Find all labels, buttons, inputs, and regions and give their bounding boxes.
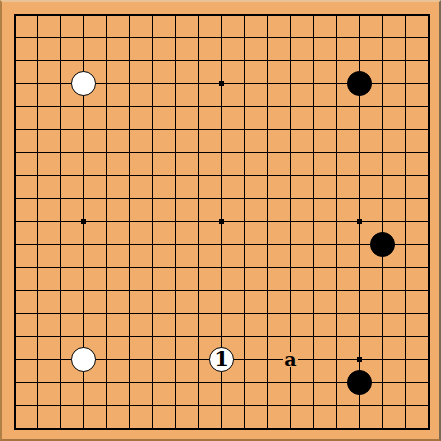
intersection bbox=[72, 394, 95, 417]
intersection bbox=[325, 164, 348, 187]
intersection bbox=[118, 302, 141, 325]
intersection bbox=[302, 233, 325, 256]
intersection bbox=[3, 164, 26, 187]
intersection bbox=[348, 348, 371, 371]
intersection bbox=[164, 210, 187, 233]
intersection bbox=[72, 26, 95, 49]
intersection bbox=[49, 72, 72, 95]
intersection bbox=[325, 348, 348, 371]
star-point bbox=[81, 219, 86, 224]
intersection bbox=[210, 95, 233, 118]
intersection bbox=[118, 348, 141, 371]
intersection bbox=[118, 3, 141, 26]
intersection bbox=[49, 302, 72, 325]
intersection bbox=[394, 26, 417, 49]
intersection bbox=[233, 187, 256, 210]
intersection bbox=[3, 95, 26, 118]
intersection bbox=[417, 302, 440, 325]
intersection bbox=[233, 72, 256, 95]
intersection bbox=[325, 210, 348, 233]
intersection bbox=[371, 3, 394, 26]
intersection bbox=[233, 26, 256, 49]
intersection bbox=[141, 187, 164, 210]
intersection bbox=[72, 118, 95, 141]
intersection bbox=[210, 279, 233, 302]
intersection bbox=[3, 417, 26, 440]
intersection bbox=[118, 417, 141, 440]
intersection bbox=[279, 95, 302, 118]
intersection bbox=[210, 394, 233, 417]
intersection bbox=[371, 302, 394, 325]
intersection bbox=[394, 164, 417, 187]
intersection bbox=[325, 325, 348, 348]
intersection bbox=[3, 72, 26, 95]
intersection bbox=[256, 417, 279, 440]
intersection bbox=[26, 348, 49, 371]
intersection bbox=[371, 141, 394, 164]
intersection bbox=[325, 302, 348, 325]
intersection bbox=[256, 256, 279, 279]
intersection bbox=[394, 233, 417, 256]
intersection bbox=[72, 279, 95, 302]
intersection bbox=[279, 72, 302, 95]
intersection bbox=[164, 348, 187, 371]
intersection bbox=[141, 302, 164, 325]
intersection bbox=[233, 95, 256, 118]
intersection bbox=[417, 371, 440, 394]
intersection bbox=[210, 164, 233, 187]
intersection bbox=[118, 141, 141, 164]
intersection bbox=[95, 141, 118, 164]
intersection bbox=[348, 95, 371, 118]
intersection bbox=[233, 164, 256, 187]
intersection bbox=[302, 141, 325, 164]
intersection bbox=[371, 72, 394, 95]
intersection bbox=[325, 141, 348, 164]
intersection bbox=[417, 118, 440, 141]
intersection bbox=[417, 95, 440, 118]
intersection bbox=[95, 26, 118, 49]
intersection bbox=[417, 325, 440, 348]
intersection bbox=[187, 394, 210, 417]
intersection bbox=[279, 118, 302, 141]
intersection bbox=[233, 302, 256, 325]
intersection bbox=[26, 72, 49, 95]
intersection bbox=[233, 279, 256, 302]
intersection bbox=[3, 279, 26, 302]
intersection bbox=[49, 210, 72, 233]
black-stone bbox=[347, 370, 372, 395]
intersection bbox=[302, 256, 325, 279]
intersection bbox=[210, 118, 233, 141]
intersection bbox=[325, 371, 348, 394]
intersection bbox=[279, 302, 302, 325]
intersection bbox=[164, 187, 187, 210]
intersection bbox=[141, 118, 164, 141]
intersection bbox=[279, 187, 302, 210]
intersection bbox=[164, 417, 187, 440]
intersection bbox=[95, 233, 118, 256]
intersection bbox=[164, 26, 187, 49]
intersection bbox=[49, 164, 72, 187]
intersection bbox=[72, 141, 95, 164]
intersection bbox=[141, 279, 164, 302]
intersection bbox=[187, 210, 210, 233]
intersection bbox=[394, 141, 417, 164]
intersection bbox=[394, 256, 417, 279]
intersection bbox=[187, 141, 210, 164]
intersection bbox=[72, 49, 95, 72]
intersection bbox=[95, 210, 118, 233]
intersection bbox=[72, 3, 95, 26]
intersection bbox=[348, 417, 371, 440]
intersection bbox=[279, 256, 302, 279]
intersection bbox=[26, 141, 49, 164]
intersection bbox=[371, 233, 394, 256]
intersection bbox=[394, 279, 417, 302]
intersection bbox=[49, 394, 72, 417]
intersection bbox=[95, 187, 118, 210]
intersection bbox=[325, 279, 348, 302]
intersection bbox=[118, 118, 141, 141]
intersection bbox=[49, 141, 72, 164]
intersection bbox=[302, 417, 325, 440]
intersection bbox=[26, 164, 49, 187]
intersection bbox=[141, 26, 164, 49]
intersection bbox=[348, 302, 371, 325]
intersection bbox=[118, 210, 141, 233]
intersection bbox=[95, 279, 118, 302]
intersection bbox=[256, 394, 279, 417]
point-label: a bbox=[283, 352, 298, 367]
intersection bbox=[210, 26, 233, 49]
intersection bbox=[417, 279, 440, 302]
intersection bbox=[371, 394, 394, 417]
intersection bbox=[210, 187, 233, 210]
intersection bbox=[233, 325, 256, 348]
intersection bbox=[279, 164, 302, 187]
intersection bbox=[141, 394, 164, 417]
intersection bbox=[141, 72, 164, 95]
intersection bbox=[325, 3, 348, 26]
intersection bbox=[164, 72, 187, 95]
intersection bbox=[394, 187, 417, 210]
intersection bbox=[164, 302, 187, 325]
intersection bbox=[187, 95, 210, 118]
intersection bbox=[210, 49, 233, 72]
intersection bbox=[394, 210, 417, 233]
intersection bbox=[210, 302, 233, 325]
intersection bbox=[210, 72, 233, 95]
intersection bbox=[118, 187, 141, 210]
intersection bbox=[348, 279, 371, 302]
intersection bbox=[95, 3, 118, 26]
intersection bbox=[187, 279, 210, 302]
intersection bbox=[26, 279, 49, 302]
intersection bbox=[302, 118, 325, 141]
intersection bbox=[187, 3, 210, 26]
intersection bbox=[164, 371, 187, 394]
intersection bbox=[279, 394, 302, 417]
intersection bbox=[302, 210, 325, 233]
intersection bbox=[279, 371, 302, 394]
intersection bbox=[371, 26, 394, 49]
intersection bbox=[348, 3, 371, 26]
intersection bbox=[348, 233, 371, 256]
intersection bbox=[233, 394, 256, 417]
black-stone bbox=[347, 71, 372, 96]
intersection bbox=[371, 371, 394, 394]
intersection bbox=[256, 279, 279, 302]
intersection bbox=[210, 417, 233, 440]
stone-move-number: 1 bbox=[214, 348, 229, 369]
intersection bbox=[371, 210, 394, 233]
intersection bbox=[118, 371, 141, 394]
intersection bbox=[164, 233, 187, 256]
intersection bbox=[417, 233, 440, 256]
intersection bbox=[348, 187, 371, 210]
intersection bbox=[3, 141, 26, 164]
intersection bbox=[187, 325, 210, 348]
intersection bbox=[417, 210, 440, 233]
intersection bbox=[118, 95, 141, 118]
intersection bbox=[348, 118, 371, 141]
intersection bbox=[302, 26, 325, 49]
intersection bbox=[394, 371, 417, 394]
intersection bbox=[233, 210, 256, 233]
intersection bbox=[141, 3, 164, 26]
intersection bbox=[187, 371, 210, 394]
board-grid: 1a bbox=[3, 3, 440, 440]
intersection bbox=[256, 118, 279, 141]
intersection bbox=[394, 118, 417, 141]
intersection bbox=[302, 164, 325, 187]
intersection bbox=[394, 49, 417, 72]
intersection bbox=[302, 348, 325, 371]
intersection bbox=[26, 394, 49, 417]
intersection bbox=[164, 49, 187, 72]
intersection bbox=[26, 118, 49, 141]
intersection bbox=[233, 49, 256, 72]
intersection bbox=[187, 26, 210, 49]
intersection bbox=[72, 302, 95, 325]
go-board: 1a bbox=[0, 0, 441, 441]
star-point bbox=[357, 357, 362, 362]
intersection bbox=[233, 233, 256, 256]
intersection bbox=[279, 3, 302, 26]
intersection bbox=[210, 141, 233, 164]
intersection bbox=[72, 348, 95, 371]
intersection bbox=[187, 118, 210, 141]
intersection bbox=[26, 325, 49, 348]
intersection bbox=[49, 3, 72, 26]
white-stone bbox=[71, 347, 96, 372]
intersection bbox=[325, 233, 348, 256]
intersection bbox=[164, 394, 187, 417]
intersection bbox=[3, 3, 26, 26]
intersection bbox=[394, 95, 417, 118]
intersection bbox=[95, 348, 118, 371]
intersection bbox=[233, 348, 256, 371]
intersection bbox=[3, 26, 26, 49]
intersection bbox=[394, 72, 417, 95]
intersection bbox=[49, 371, 72, 394]
intersection bbox=[118, 394, 141, 417]
intersection bbox=[187, 164, 210, 187]
intersection bbox=[302, 3, 325, 26]
intersection bbox=[141, 210, 164, 233]
intersection bbox=[72, 210, 95, 233]
intersection bbox=[371, 279, 394, 302]
intersection bbox=[256, 164, 279, 187]
intersection bbox=[233, 417, 256, 440]
intersection bbox=[95, 394, 118, 417]
intersection bbox=[187, 233, 210, 256]
intersection bbox=[26, 371, 49, 394]
intersection bbox=[26, 3, 49, 26]
intersection bbox=[348, 325, 371, 348]
intersection bbox=[72, 371, 95, 394]
intersection bbox=[72, 72, 95, 95]
intersection bbox=[417, 49, 440, 72]
white-stone: 1 bbox=[209, 347, 234, 372]
intersection bbox=[141, 95, 164, 118]
intersection bbox=[72, 325, 95, 348]
intersection bbox=[72, 187, 95, 210]
intersection bbox=[3, 394, 26, 417]
intersection bbox=[210, 3, 233, 26]
intersection bbox=[118, 72, 141, 95]
intersection bbox=[141, 371, 164, 394]
intersection bbox=[279, 26, 302, 49]
intersection bbox=[187, 72, 210, 95]
intersection bbox=[141, 164, 164, 187]
intersection bbox=[164, 141, 187, 164]
intersection bbox=[49, 26, 72, 49]
intersection bbox=[141, 325, 164, 348]
intersection bbox=[187, 417, 210, 440]
intersection bbox=[164, 256, 187, 279]
intersection bbox=[95, 302, 118, 325]
intersection bbox=[233, 256, 256, 279]
intersection bbox=[187, 302, 210, 325]
intersection bbox=[95, 95, 118, 118]
intersection bbox=[256, 72, 279, 95]
intersection bbox=[72, 256, 95, 279]
intersection bbox=[233, 371, 256, 394]
intersection bbox=[325, 72, 348, 95]
intersection bbox=[187, 49, 210, 72]
intersection bbox=[417, 26, 440, 49]
intersection bbox=[118, 26, 141, 49]
intersection bbox=[371, 118, 394, 141]
intersection bbox=[187, 256, 210, 279]
intersection bbox=[49, 95, 72, 118]
intersection bbox=[302, 279, 325, 302]
intersection: 1 bbox=[210, 348, 233, 371]
intersection bbox=[95, 371, 118, 394]
intersection bbox=[164, 95, 187, 118]
intersection bbox=[394, 325, 417, 348]
intersection bbox=[256, 233, 279, 256]
intersection bbox=[256, 95, 279, 118]
black-stone bbox=[370, 232, 395, 257]
intersection bbox=[348, 394, 371, 417]
intersection bbox=[417, 3, 440, 26]
intersection bbox=[256, 348, 279, 371]
intersection bbox=[394, 394, 417, 417]
intersection bbox=[302, 72, 325, 95]
intersection bbox=[3, 348, 26, 371]
intersection bbox=[210, 256, 233, 279]
intersection bbox=[325, 187, 348, 210]
intersection bbox=[49, 118, 72, 141]
intersection bbox=[26, 417, 49, 440]
intersection bbox=[325, 95, 348, 118]
intersection bbox=[417, 141, 440, 164]
intersection bbox=[72, 233, 95, 256]
intersection bbox=[325, 256, 348, 279]
intersection bbox=[210, 210, 233, 233]
intersection bbox=[49, 233, 72, 256]
intersection bbox=[95, 118, 118, 141]
intersection bbox=[141, 141, 164, 164]
intersection bbox=[49, 348, 72, 371]
intersection bbox=[95, 164, 118, 187]
intersection bbox=[3, 210, 26, 233]
intersection bbox=[417, 417, 440, 440]
intersection bbox=[3, 118, 26, 141]
intersection bbox=[325, 49, 348, 72]
intersection bbox=[279, 49, 302, 72]
intersection bbox=[371, 325, 394, 348]
intersection bbox=[325, 394, 348, 417]
intersection bbox=[302, 371, 325, 394]
intersection bbox=[348, 210, 371, 233]
star-point bbox=[357, 219, 362, 224]
intersection bbox=[302, 187, 325, 210]
intersection bbox=[3, 256, 26, 279]
intersection bbox=[256, 210, 279, 233]
intersection bbox=[417, 72, 440, 95]
intersection bbox=[49, 325, 72, 348]
intersection bbox=[95, 256, 118, 279]
intersection bbox=[141, 256, 164, 279]
intersection bbox=[256, 49, 279, 72]
intersection bbox=[233, 118, 256, 141]
intersection bbox=[72, 417, 95, 440]
intersection bbox=[371, 187, 394, 210]
intersection bbox=[371, 164, 394, 187]
intersection bbox=[164, 118, 187, 141]
intersection bbox=[164, 279, 187, 302]
intersection bbox=[210, 233, 233, 256]
intersection bbox=[49, 256, 72, 279]
intersection bbox=[394, 348, 417, 371]
intersection bbox=[394, 3, 417, 26]
intersection bbox=[302, 95, 325, 118]
intersection bbox=[417, 187, 440, 210]
star-point bbox=[219, 219, 224, 224]
intersection bbox=[72, 95, 95, 118]
intersection bbox=[3, 302, 26, 325]
intersection bbox=[26, 302, 49, 325]
intersection bbox=[302, 49, 325, 72]
intersection bbox=[118, 164, 141, 187]
intersection bbox=[256, 325, 279, 348]
intersection bbox=[256, 3, 279, 26]
intersection bbox=[325, 417, 348, 440]
